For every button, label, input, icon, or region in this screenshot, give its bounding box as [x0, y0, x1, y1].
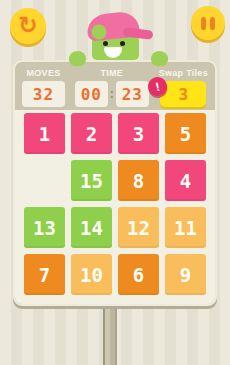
- swap-tiles-group: Swap Tiles 3 !: [159, 68, 208, 107]
- mascot-cap-logo: [91, 24, 107, 40]
- tile-2[interactable]: 2: [71, 113, 112, 154]
- tile-8[interactable]: 8: [118, 160, 159, 201]
- time-seconds: 23: [116, 81, 149, 107]
- empty-cell: [24, 160, 65, 201]
- signpost-pole: [103, 305, 117, 365]
- tile-10[interactable]: 10: [71, 254, 112, 295]
- time-label: TIME: [100, 68, 123, 78]
- tile-14[interactable]: 14: [71, 207, 112, 248]
- moves-counter: MOVES 32: [22, 68, 65, 107]
- swap-tiles-label: Swap Tiles: [159, 68, 208, 78]
- moves-value: 32: [22, 81, 65, 107]
- time-minutes: 00: [75, 81, 108, 107]
- moves-label: MOVES: [26, 68, 60, 78]
- board-header: MOVES 32 TIME 00 : 23 Swap Tiles 3 !: [15, 62, 215, 110]
- swap-tiles-button[interactable]: 3: [160, 81, 206, 107]
- time-separator: :: [110, 87, 114, 101]
- game-screen: ↻ MOVES 32 TIME 00 : 23: [0, 0, 230, 365]
- tile-11[interactable]: 11: [165, 207, 206, 248]
- time-value: 00 : 23: [75, 81, 149, 107]
- puzzle-board: MOVES 32 TIME 00 : 23 Swap Tiles 3 ! 1 2: [13, 60, 217, 306]
- pause-button[interactable]: [191, 6, 225, 40]
- mascot-eye-left: [103, 41, 108, 46]
- tile-4[interactable]: 4: [165, 160, 206, 201]
- mascot-mouth: [104, 47, 122, 58]
- tile-13[interactable]: 13: [24, 207, 65, 248]
- mascot-hand-right: [151, 51, 168, 66]
- tile-1[interactable]: 1: [24, 113, 65, 154]
- puzzle-grid: 1 2 3 5 15 8 4 13 14 12 11 7 10 6 9: [15, 110, 215, 304]
- restart-icon: ↻: [18, 14, 37, 37]
- tile-15[interactable]: 15: [71, 160, 112, 201]
- tile-9[interactable]: 9: [165, 254, 206, 295]
- pause-icon: [201, 17, 215, 30]
- tile-5[interactable]: 5: [165, 113, 206, 154]
- mascot-hand-left: [69, 51, 86, 66]
- tile-3[interactable]: 3: [118, 113, 159, 154]
- tile-7[interactable]: 7: [24, 254, 65, 295]
- time-counter: TIME 00 : 23: [75, 68, 149, 107]
- tile-12[interactable]: 12: [118, 207, 159, 248]
- mascot-eye-right: [120, 41, 125, 46]
- tile-panel: 1 2 3 5 15 8 4 13 14 12 11 7 10 6 9: [15, 110, 215, 304]
- tile-6[interactable]: 6: [118, 254, 159, 295]
- restart-button[interactable]: ↻: [10, 8, 46, 44]
